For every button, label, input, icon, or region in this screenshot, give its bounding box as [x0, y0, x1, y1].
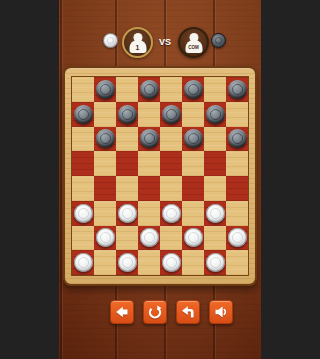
checker-light[interactable]: [96, 228, 115, 247]
board-square-a2[interactable]: [72, 226, 94, 251]
checker-light[interactable]: [118, 253, 137, 272]
board-square-e2[interactable]: [160, 226, 182, 251]
board-square-e6[interactable]: [160, 127, 182, 152]
board-square-c7[interactable]: [116, 102, 138, 127]
checker-dark[interactable]: [96, 129, 115, 148]
board-square-e3[interactable]: [160, 201, 182, 226]
vs-label: VS: [154, 37, 176, 47]
board-square-f2[interactable]: [182, 226, 204, 251]
checker-light[interactable]: [118, 204, 137, 223]
checker-dark[interactable]: [228, 80, 247, 99]
checker-dark[interactable]: [96, 80, 115, 99]
player1-avatar: 1: [122, 27, 153, 58]
checker-light[interactable]: [140, 228, 159, 247]
board-square-a1[interactable]: [72, 250, 94, 275]
checkers-board: [71, 76, 249, 276]
board-square-h5[interactable]: [226, 151, 248, 176]
board-square-g8[interactable]: [204, 77, 226, 102]
undo-icon: [181, 305, 195, 319]
player1-piece-indicator: [103, 33, 118, 48]
board-square-a7[interactable]: [72, 102, 94, 127]
checker-light[interactable]: [206, 204, 225, 223]
board-square-a6[interactable]: [72, 127, 94, 152]
board-square-f3[interactable]: [182, 201, 204, 226]
checker-dark[interactable]: [140, 80, 159, 99]
board-frame: [63, 66, 257, 286]
board-square-g6[interactable]: [204, 127, 226, 152]
players-header: 1 VS COM: [59, 0, 261, 64]
board-square-h6[interactable]: [226, 127, 248, 152]
board-square-c6[interactable]: [116, 127, 138, 152]
checker-dark[interactable]: [228, 129, 247, 148]
board-square-b4[interactable]: [94, 176, 116, 201]
board-square-c3[interactable]: [116, 201, 138, 226]
board-square-f4[interactable]: [182, 176, 204, 201]
board-square-a4[interactable]: [72, 176, 94, 201]
board-square-g7[interactable]: [204, 102, 226, 127]
control-bar: [110, 300, 233, 324]
board-square-f7[interactable]: [182, 102, 204, 127]
board-square-d3[interactable]: [138, 201, 160, 226]
board-square-a8[interactable]: [72, 77, 94, 102]
board-square-h1[interactable]: [226, 250, 248, 275]
board-square-b1[interactable]: [94, 250, 116, 275]
board-square-c5[interactable]: [116, 151, 138, 176]
board-square-f6[interactable]: [182, 127, 204, 152]
board-square-d8[interactable]: [138, 77, 160, 102]
board-square-d7[interactable]: [138, 102, 160, 127]
board-square-f5[interactable]: [182, 151, 204, 176]
player2-label: COM: [188, 45, 199, 50]
board-square-d6[interactable]: [138, 127, 160, 152]
checker-dark[interactable]: [118, 105, 137, 124]
board-square-a3[interactable]: [72, 201, 94, 226]
player2-piece-indicator: [211, 33, 226, 48]
back-icon: [115, 305, 129, 319]
board-square-c4[interactable]: [116, 176, 138, 201]
board-square-c8[interactable]: [116, 77, 138, 102]
board-square-g4[interactable]: [204, 176, 226, 201]
board-square-b6[interactable]: [94, 127, 116, 152]
person-icon-body: COM: [185, 40, 202, 53]
checker-light[interactable]: [162, 204, 181, 223]
board-square-g3[interactable]: [204, 201, 226, 226]
checker-light[interactable]: [162, 253, 181, 272]
player2-avatar: COM: [178, 27, 209, 58]
restart-icon: [148, 305, 162, 319]
sound-button[interactable]: [209, 300, 233, 324]
checker-dark[interactable]: [162, 105, 181, 124]
board-square-g1[interactable]: [204, 250, 226, 275]
checker-light[interactable]: [206, 253, 225, 272]
board-square-e4[interactable]: [160, 176, 182, 201]
speaker-icon: [214, 305, 228, 319]
board-square-d5[interactable]: [138, 151, 160, 176]
board-square-g2[interactable]: [204, 226, 226, 251]
person-icon-body: 1: [129, 40, 146, 53]
board-square-b8[interactable]: [94, 77, 116, 102]
checker-light[interactable]: [184, 228, 203, 247]
board-square-b5[interactable]: [94, 151, 116, 176]
board-square-f8[interactable]: [182, 77, 204, 102]
restart-button[interactable]: [143, 300, 167, 324]
app-background: 1 VS COM: [59, 0, 261, 359]
board-square-h4[interactable]: [226, 176, 248, 201]
undo-button[interactable]: [176, 300, 200, 324]
board-square-a5[interactable]: [72, 151, 94, 176]
board-square-b2[interactable]: [94, 226, 116, 251]
back-button[interactable]: [110, 300, 134, 324]
board-square-e5[interactable]: [160, 151, 182, 176]
checker-light[interactable]: [74, 253, 93, 272]
board-square-e1[interactable]: [160, 250, 182, 275]
board-square-c1[interactable]: [116, 250, 138, 275]
board-square-h7[interactable]: [226, 102, 248, 127]
board-square-b7[interactable]: [94, 102, 116, 127]
board-square-d4[interactable]: [138, 176, 160, 201]
player1-label: 1: [136, 44, 140, 51]
board-square-e8[interactable]: [160, 77, 182, 102]
checker-dark[interactable]: [206, 105, 225, 124]
checker-dark[interactable]: [184, 129, 203, 148]
checker-dark[interactable]: [74, 105, 93, 124]
board-square-h3[interactable]: [226, 201, 248, 226]
board-square-h8[interactable]: [226, 77, 248, 102]
board-square-f1[interactable]: [182, 250, 204, 275]
board-square-c2[interactable]: [116, 226, 138, 251]
board-square-h2[interactable]: [226, 226, 248, 251]
checker-dark[interactable]: [184, 80, 203, 99]
checker-dark[interactable]: [140, 129, 159, 148]
board-square-e7[interactable]: [160, 102, 182, 127]
checker-light[interactable]: [74, 204, 93, 223]
checker-light[interactable]: [228, 228, 247, 247]
board-square-d1[interactable]: [138, 250, 160, 275]
board-square-b3[interactable]: [94, 201, 116, 226]
board-square-d2[interactable]: [138, 226, 160, 251]
board-square-g5[interactable]: [204, 151, 226, 176]
